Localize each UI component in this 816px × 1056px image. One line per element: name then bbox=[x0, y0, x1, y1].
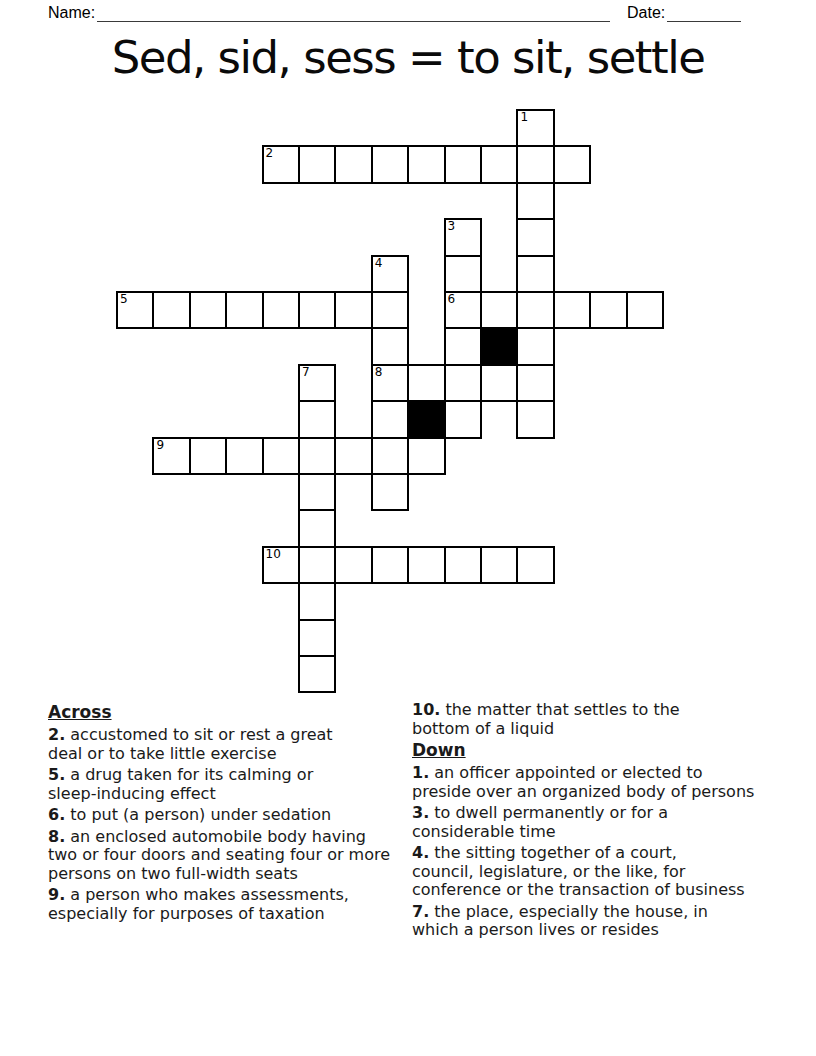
grid-cell[interactable] bbox=[407, 364, 445, 402]
grid-cell[interactable] bbox=[444, 364, 482, 402]
grid-cell[interactable] bbox=[480, 291, 518, 329]
clue-number-label: 10. bbox=[412, 700, 440, 719]
clues-heading-across: Across bbox=[48, 703, 420, 722]
blocked-cell bbox=[480, 327, 518, 365]
grid-cell[interactable] bbox=[480, 364, 518, 402]
grid-cell[interactable]: 3 bbox=[444, 218, 482, 256]
grid-cell[interactable] bbox=[298, 437, 336, 475]
grid-cell[interactable] bbox=[334, 437, 372, 475]
grid-cell[interactable] bbox=[407, 546, 445, 584]
grid-cell[interactable] bbox=[371, 400, 409, 438]
clue-number: 6 bbox=[448, 292, 456, 306]
grid-cell[interactable] bbox=[334, 291, 372, 329]
grid-cell[interactable] bbox=[334, 546, 372, 584]
clue-10: 10. the matter that settles to thebottom… bbox=[412, 701, 776, 738]
clue-2: 2. accustomed to sit or rest a greatdeal… bbox=[48, 726, 420, 763]
grid-cell[interactable] bbox=[516, 255, 554, 293]
grid-cell[interactable] bbox=[516, 218, 554, 256]
clue-number: 4 bbox=[375, 256, 383, 270]
clue-3: 3. to dwell permanently or for aconsider… bbox=[412, 804, 776, 841]
grid-cell[interactable] bbox=[444, 400, 482, 438]
clue-number-label: 5. bbox=[48, 765, 65, 784]
grid-cell[interactable] bbox=[516, 327, 554, 365]
clue-9: 9. a person who makes assessments,especi… bbox=[48, 886, 420, 923]
clue-1: 1. an officer appointed or elected topre… bbox=[412, 764, 776, 801]
grid-cell[interactable] bbox=[371, 437, 409, 475]
grid-cell[interactable]: 5 bbox=[116, 291, 154, 329]
grid-cell[interactable] bbox=[371, 473, 409, 511]
grid-cell[interactable] bbox=[626, 291, 664, 329]
grid-cell[interactable] bbox=[516, 145, 554, 183]
grid-cell[interactable] bbox=[553, 291, 591, 329]
puzzle-title: Sed, sid, sess = to sit, settle bbox=[0, 31, 816, 84]
grid-cell[interactable] bbox=[189, 437, 227, 475]
clues-column-left: Across2. accustomed to sit or rest a gre… bbox=[48, 701, 420, 926]
grid-cell[interactable] bbox=[262, 437, 300, 475]
blocked-cell bbox=[407, 400, 445, 438]
grid-cell[interactable] bbox=[189, 291, 227, 329]
grid-cell[interactable] bbox=[444, 546, 482, 584]
grid-cell[interactable] bbox=[298, 473, 336, 511]
clue-5: 5. a drug taken for its calming orsleep-… bbox=[48, 766, 420, 803]
clue-number: 8 bbox=[375, 365, 383, 379]
clue-number-label: 4. bbox=[412, 843, 429, 862]
grid-cell[interactable] bbox=[298, 145, 336, 183]
grid-cell[interactable] bbox=[589, 291, 627, 329]
grid-cell[interactable] bbox=[298, 619, 336, 657]
grid-cell[interactable] bbox=[516, 364, 554, 402]
grid-cell[interactable] bbox=[516, 182, 554, 220]
grid-cell[interactable] bbox=[334, 145, 372, 183]
clue-4: 4. the sitting together of a court,counc… bbox=[412, 844, 776, 900]
grid-cell[interactable] bbox=[152, 291, 190, 329]
grid-cell[interactable] bbox=[553, 145, 591, 183]
grid-cell[interactable]: 8 bbox=[371, 364, 409, 402]
clue-number: 7 bbox=[302, 365, 310, 379]
grid-cell[interactable]: 1 bbox=[516, 109, 554, 147]
grid-cell[interactable] bbox=[371, 145, 409, 183]
grid-cell[interactable] bbox=[444, 255, 482, 293]
clue-number-label: 8. bbox=[48, 827, 65, 846]
clue-number: 1 bbox=[520, 110, 528, 124]
grid-cell[interactable] bbox=[516, 291, 554, 329]
name-label: Name: bbox=[48, 4, 95, 22]
grid-cell[interactable] bbox=[516, 400, 554, 438]
clue-number: 2 bbox=[266, 146, 274, 160]
grid-cell[interactable] bbox=[480, 546, 518, 584]
grid-cell[interactable] bbox=[407, 437, 445, 475]
clue-number-label: 9. bbox=[48, 885, 65, 904]
grid-cell[interactable]: 2 bbox=[262, 145, 300, 183]
grid-cell[interactable] bbox=[371, 546, 409, 584]
clue-6: 6. to put (a person) under sedation bbox=[48, 806, 420, 825]
grid-cell[interactable] bbox=[298, 546, 336, 584]
grid-cell[interactable] bbox=[262, 291, 300, 329]
clue-number-label: 3. bbox=[412, 803, 429, 822]
clue-number-label: 2. bbox=[48, 725, 65, 744]
clue-number: 3 bbox=[448, 219, 456, 233]
grid-cell[interactable] bbox=[298, 655, 336, 693]
clue-number-label: 1. bbox=[412, 763, 429, 782]
clue-7: 7. the place, especially the house, inwh… bbox=[412, 903, 776, 940]
grid-cell[interactable]: 4 bbox=[371, 255, 409, 293]
crossword-grid: 12345678910 bbox=[117, 110, 663, 693]
grid-cell[interactable]: 6 bbox=[444, 291, 482, 329]
grid-cell[interactable] bbox=[371, 327, 409, 365]
clue-number: 9 bbox=[156, 438, 164, 452]
grid-cell[interactable] bbox=[298, 509, 336, 547]
grid-cell[interactable]: 10 bbox=[262, 546, 300, 584]
clue-number-label: 7. bbox=[412, 902, 429, 921]
grid-cell[interactable] bbox=[444, 327, 482, 365]
date-blank-line[interactable] bbox=[667, 21, 741, 22]
clues-column-right: 10. the matter that settles to thebottom… bbox=[412, 701, 776, 943]
grid-cell[interactable] bbox=[225, 437, 263, 475]
clues-heading-down: Down bbox=[412, 741, 776, 760]
clue-number: 10 bbox=[266, 547, 281, 561]
name-blank-line[interactable] bbox=[97, 21, 610, 22]
grid-cell[interactable] bbox=[480, 145, 518, 183]
grid-cell[interactable]: 9 bbox=[152, 437, 190, 475]
grid-cell[interactable] bbox=[298, 291, 336, 329]
clue-number: 5 bbox=[120, 292, 128, 306]
clue-number-label: 6. bbox=[48, 805, 65, 824]
grid-cell[interactable] bbox=[407, 145, 445, 183]
grid-cell[interactable] bbox=[298, 400, 336, 438]
grid-cell[interactable] bbox=[298, 582, 336, 620]
date-label: Date: bbox=[627, 4, 665, 22]
clue-8: 8. an enclosed automobile body havingtwo… bbox=[48, 828, 420, 884]
grid-cell[interactable] bbox=[371, 291, 409, 329]
grid-cell[interactable]: 7 bbox=[298, 364, 336, 402]
grid-cell[interactable] bbox=[516, 546, 554, 584]
grid-cell[interactable] bbox=[444, 145, 482, 183]
grid-cell[interactable] bbox=[225, 291, 263, 329]
